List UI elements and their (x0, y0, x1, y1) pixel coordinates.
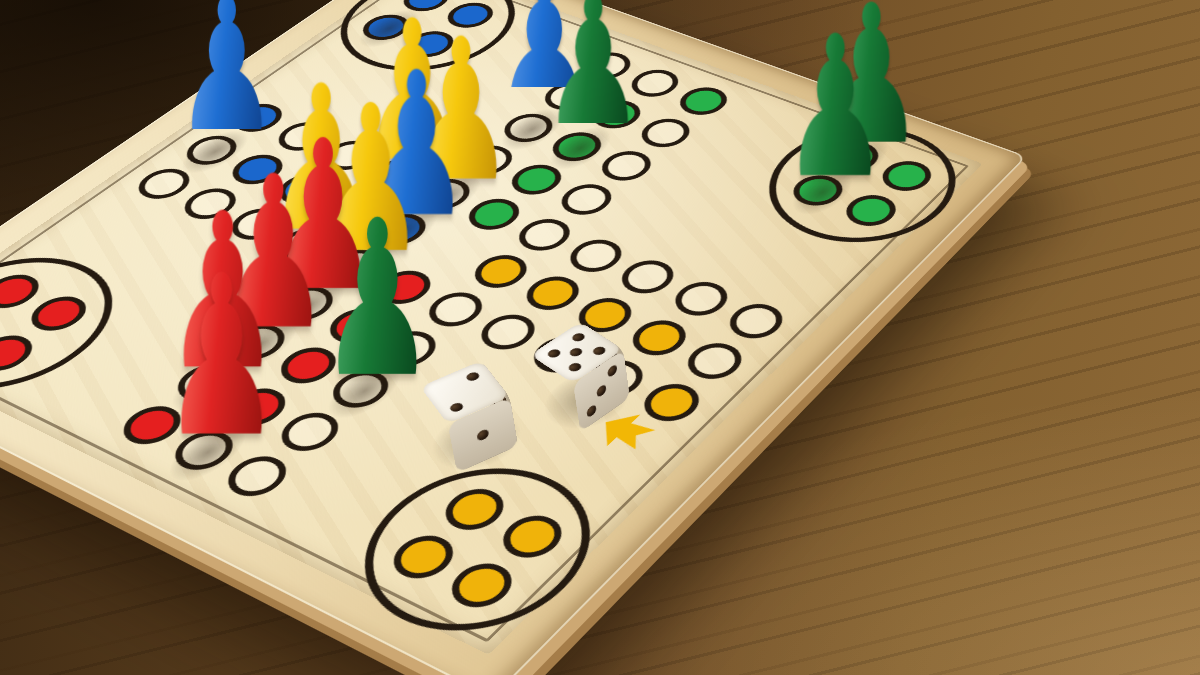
green-pawn-r9c9[interactable]: ♟ (773, 164, 862, 218)
green-pawn-glyph: ♟ (542, 0, 646, 160)
plain-track-circle[interactable] (720, 298, 793, 345)
green-pawn-glyph: ♟ (783, 9, 889, 204)
blank-r8c0 (312, 493, 421, 568)
green-pawn-glyph: ♟ (319, 191, 436, 406)
board-grid: ♟♟♟♟♟♟♟♟♟♟♟♟♟♟♟♟ (0, 0, 951, 625)
field-r9c9-green-home[interactable]: ♟ (773, 164, 862, 218)
plain-track-circle[interactable] (509, 213, 580, 256)
ludo-board: ♟♟♟♟♟♟♟♟♟♟♟♟♟♟♟♟ (0, 0, 1027, 675)
die-1-showing-2[interactable] (430, 409, 519, 473)
red-pawn-glyph: ♟ (161, 246, 281, 468)
plain-track-circle[interactable] (612, 255, 684, 300)
photo-scene: ♟♟♟♟♟♟♟♟♟♟♟♟♟♟♟♟ (0, 0, 1200, 675)
